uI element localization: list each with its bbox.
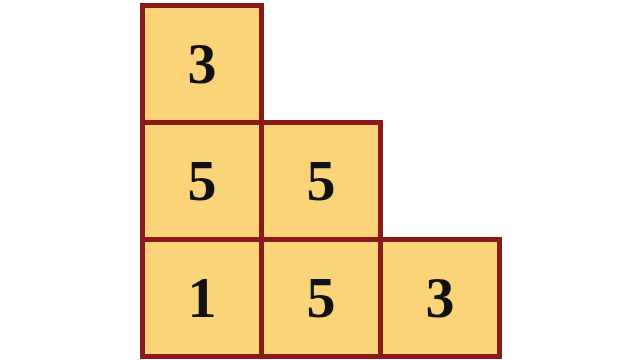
cell-r2c2: 3	[378, 237, 502, 359]
cell-r2c0: 1	[140, 237, 264, 359]
cell-r0c0: 3	[140, 3, 264, 125]
staircase-board: 3 5 5 1 5 3	[0, 0, 640, 360]
cell-r2c1: 5	[259, 237, 383, 359]
cell-r1c0: 5	[140, 120, 264, 242]
cell-r1c1: 5	[259, 120, 383, 242]
